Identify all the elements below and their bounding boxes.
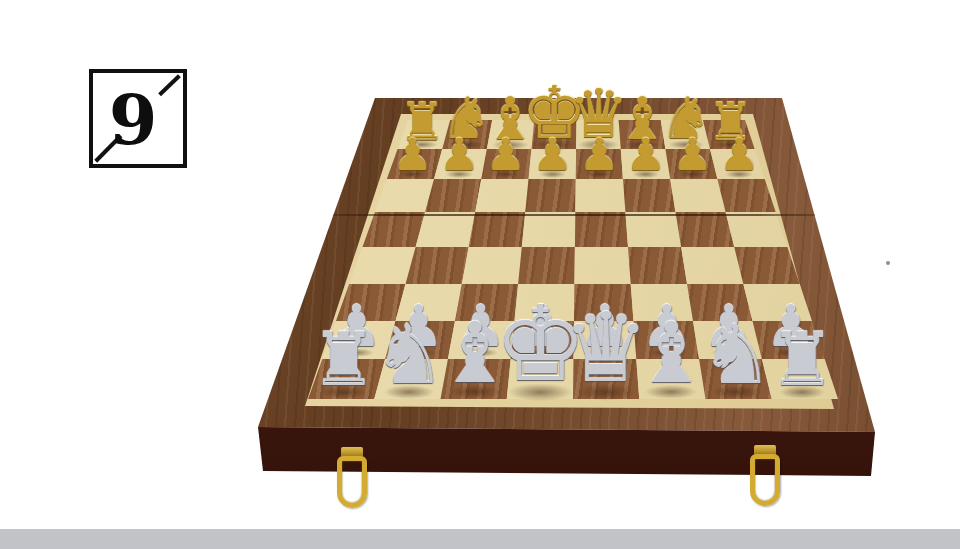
piece-black-knight: ♞ (700, 316, 774, 394)
piece-white-pawn: ♟ (579, 134, 619, 176)
dust-speck (886, 261, 890, 265)
piece-white-pawn: ♟ (626, 134, 666, 176)
piece-white-pawn: ♟ (486, 134, 526, 176)
piece-white-pawn: ♟ (393, 134, 433, 176)
board-fold-seam (333, 214, 814, 216)
piece-white-pawn: ♟ (719, 134, 759, 176)
chess-set: ♜♞♝♚♛♝♞♜♟♟♟♟♟♟♟♟♟♟♟♟♟♟♟♟♜♞♝♚♛♝♞♜ (0, 0, 960, 549)
piece-white-pawn: ♟ (672, 134, 712, 176)
clasp-loop (337, 456, 367, 508)
piece-white-pawn: ♟ (533, 134, 573, 176)
clasp-loop (750, 454, 780, 506)
piece-black-bishop: ♝ (634, 314, 709, 394)
footer-bar (0, 529, 960, 549)
piece-black-rook: ♜ (311, 324, 377, 394)
brass-clasp-right (745, 445, 785, 515)
piece-black-knight: ♞ (373, 316, 447, 394)
piece-white-pawn: ♟ (439, 134, 479, 176)
brass-clasp-left (332, 447, 372, 517)
product-photo: 9 ♜♞♝♚♛♝♞♜♟♟♟♟♟♟♟♟♟♟♟♟♟♟♟♟♜♞♝♚♛♝♞♜ (0, 0, 960, 549)
piece-black-rook: ♜ (769, 324, 835, 394)
